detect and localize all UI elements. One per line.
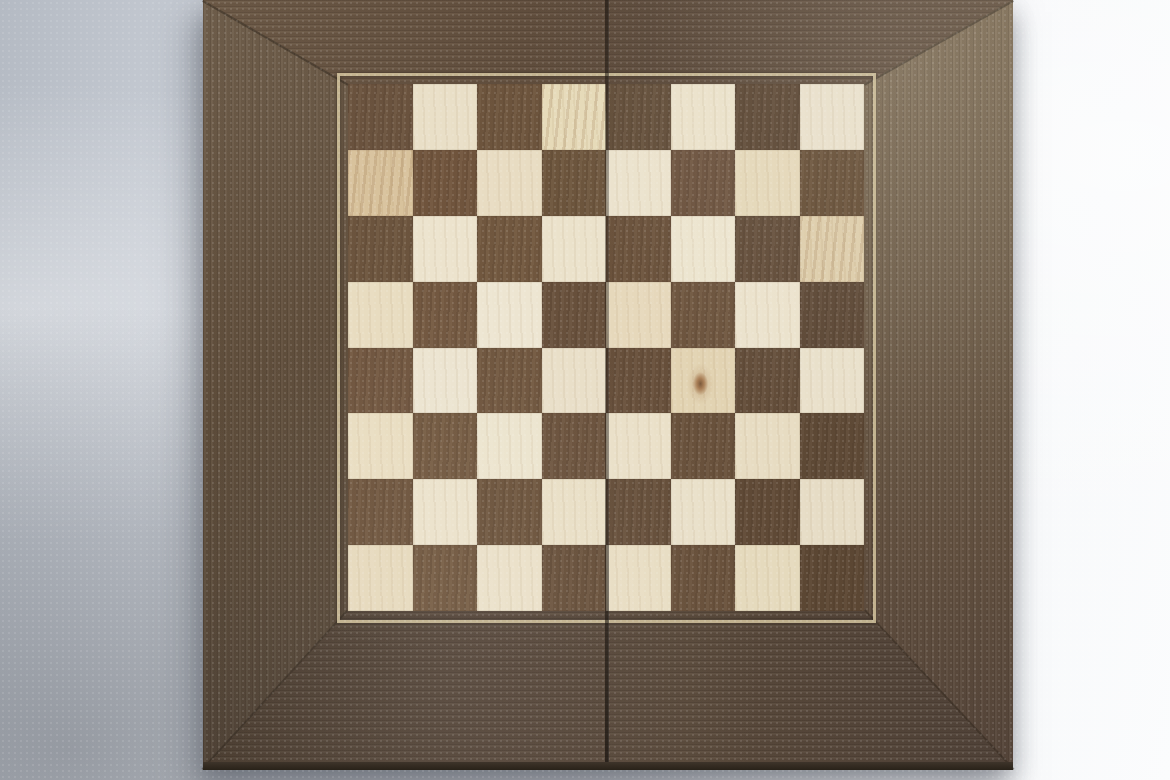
square-g2[interactable] bbox=[735, 479, 800, 545]
square-b8[interactable] bbox=[413, 84, 478, 150]
square-c6[interactable] bbox=[477, 216, 542, 282]
square-c3[interactable] bbox=[477, 413, 542, 479]
square-b7[interactable] bbox=[413, 150, 478, 216]
square-b3[interactable] bbox=[413, 413, 478, 479]
square-f4[interactable] bbox=[671, 348, 736, 414]
square-a2[interactable] bbox=[348, 479, 413, 545]
square-c5[interactable] bbox=[477, 282, 542, 348]
square-e1[interactable] bbox=[606, 545, 671, 611]
square-e6[interactable] bbox=[606, 216, 671, 282]
square-c7[interactable] bbox=[477, 150, 542, 216]
square-c2[interactable] bbox=[477, 479, 542, 545]
square-g1[interactable] bbox=[735, 545, 800, 611]
square-f3[interactable] bbox=[671, 413, 736, 479]
square-a6[interactable] bbox=[348, 216, 413, 282]
square-d8[interactable] bbox=[542, 84, 607, 150]
square-b1[interactable] bbox=[413, 545, 478, 611]
square-a5[interactable] bbox=[348, 282, 413, 348]
square-a3[interactable] bbox=[348, 413, 413, 479]
square-g6[interactable] bbox=[735, 216, 800, 282]
square-d2[interactable] bbox=[542, 479, 607, 545]
square-d4[interactable] bbox=[542, 348, 607, 414]
square-f1[interactable] bbox=[671, 545, 736, 611]
square-f6[interactable] bbox=[671, 216, 736, 282]
square-d3[interactable] bbox=[542, 413, 607, 479]
square-f8[interactable] bbox=[671, 84, 736, 150]
board-side-edge bbox=[203, 762, 1013, 770]
miter-joint-top-left bbox=[202, 0, 348, 86]
square-e4[interactable] bbox=[606, 348, 671, 414]
square-b4[interactable] bbox=[413, 348, 478, 414]
square-d5[interactable] bbox=[542, 282, 607, 348]
square-h7[interactable] bbox=[800, 150, 865, 216]
squares-grid bbox=[348, 84, 864, 611]
square-a4[interactable] bbox=[348, 348, 413, 414]
square-a1[interactable] bbox=[348, 545, 413, 611]
square-a7[interactable] bbox=[348, 150, 413, 216]
square-a8[interactable] bbox=[348, 84, 413, 150]
square-f5[interactable] bbox=[671, 282, 736, 348]
square-c8[interactable] bbox=[477, 84, 542, 150]
square-f7[interactable] bbox=[671, 150, 736, 216]
square-f2[interactable] bbox=[671, 479, 736, 545]
square-g5[interactable] bbox=[735, 282, 800, 348]
chessboard bbox=[203, 0, 1013, 770]
square-c1[interactable] bbox=[477, 545, 542, 611]
square-h1[interactable] bbox=[800, 545, 865, 611]
square-b6[interactable] bbox=[413, 216, 478, 282]
square-h5[interactable] bbox=[800, 282, 865, 348]
square-h6[interactable] bbox=[800, 216, 865, 282]
leather-background bbox=[0, 0, 1170, 780]
square-h8[interactable] bbox=[800, 84, 865, 150]
miter-joint-bottom-left bbox=[202, 610, 348, 770]
square-g4[interactable] bbox=[735, 348, 800, 414]
square-b2[interactable] bbox=[413, 479, 478, 545]
square-e5[interactable] bbox=[606, 282, 671, 348]
square-h2[interactable] bbox=[800, 479, 865, 545]
square-h4[interactable] bbox=[800, 348, 865, 414]
miter-joint-top-right bbox=[864, 0, 1014, 86]
square-h3[interactable] bbox=[800, 413, 865, 479]
miter-joint-bottom-right bbox=[864, 609, 1014, 770]
square-d1[interactable] bbox=[542, 545, 607, 611]
square-e3[interactable] bbox=[606, 413, 671, 479]
square-e8[interactable] bbox=[606, 84, 671, 150]
square-d6[interactable] bbox=[542, 216, 607, 282]
square-e7[interactable] bbox=[606, 150, 671, 216]
square-g8[interactable] bbox=[735, 84, 800, 150]
square-g7[interactable] bbox=[735, 150, 800, 216]
square-c4[interactable] bbox=[477, 348, 542, 414]
square-d7[interactable] bbox=[542, 150, 607, 216]
square-b5[interactable] bbox=[413, 282, 478, 348]
square-e2[interactable] bbox=[606, 479, 671, 545]
square-g3[interactable] bbox=[735, 413, 800, 479]
